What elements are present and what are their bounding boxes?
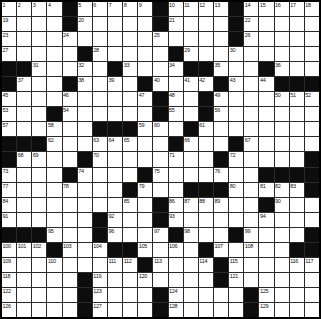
cell-r19c4[interactable] (63, 288, 77, 302)
cell-r9c3[interactable]: 62 (47, 137, 61, 151)
cell-r10c15[interactable]: 72 (229, 152, 243, 166)
cell-r15c16[interactable]: 99 (244, 228, 258, 242)
cell-r4c14[interactable]: 35 (214, 62, 228, 76)
cell-r7c17[interactable] (259, 107, 273, 121)
cell-r8c3[interactable]: 58 (47, 122, 61, 136)
cell-r10c10[interactable] (153, 152, 167, 166)
cell-r18c12[interactable] (184, 273, 198, 287)
cell-r6c8[interactable] (123, 92, 137, 106)
cell-r15c5[interactable] (78, 228, 92, 242)
cell-r6c17[interactable] (259, 92, 273, 106)
cell-r9c10[interactable] (153, 137, 167, 151)
cell-r13c12[interactable]: 87 (184, 198, 198, 212)
cell-r3c19[interactable] (290, 47, 304, 61)
cell-r15c17[interactable] (259, 228, 273, 242)
cell-r13c4[interactable] (63, 198, 77, 212)
cell-r17c20[interactable]: 117 (305, 258, 319, 272)
cell-r9c8[interactable]: 65 (123, 137, 137, 151)
cell-r20c3[interactable] (47, 303, 61, 317)
cell-r5c5[interactable]: 38 (78, 77, 92, 91)
cell-r20c9[interactable] (138, 303, 152, 317)
cell-r0c2[interactable]: 3 (32, 2, 46, 16)
cell-r10c7[interactable] (108, 152, 122, 166)
cell-r18c8[interactable] (123, 273, 137, 287)
cell-r15c3[interactable]: 95 (47, 228, 61, 242)
cell-r19c6[interactable]: 123 (93, 288, 107, 302)
cell-r2c18[interactable] (275, 32, 289, 46)
cell-r1c0[interactable]: 19 (2, 17, 16, 31)
cell-r14c13[interactable] (199, 213, 213, 227)
cell-r4c19[interactable] (290, 62, 304, 76)
cell-r18c3[interactable] (47, 273, 61, 287)
cell-r7c7[interactable] (108, 107, 122, 121)
cell-r13c1[interactable] (17, 198, 31, 212)
cell-r6c2[interactable] (32, 92, 46, 106)
cell-r12c2[interactable] (32, 183, 46, 197)
cell-r15c12[interactable]: 98 (184, 228, 198, 242)
cell-r6c12[interactable] (184, 92, 198, 106)
cell-r9c14[interactable] (214, 137, 228, 151)
cell-r6c5[interactable] (78, 92, 92, 106)
cell-r20c8[interactable] (123, 303, 137, 317)
cell-r4c5[interactable]: 32 (78, 62, 92, 76)
cell-r5c7[interactable]: 39 (108, 77, 122, 91)
cell-r4c15[interactable] (229, 62, 243, 76)
cell-r8c9[interactable]: 59 (138, 122, 152, 136)
cell-r14c17[interactable]: 94 (259, 213, 273, 227)
cell-r3c15[interactable]: 30 (229, 47, 243, 61)
cell-r12c15[interactable]: 80 (229, 183, 243, 197)
cell-r19c11[interactable]: 124 (169, 288, 183, 302)
cell-r5c8[interactable] (123, 77, 137, 91)
cell-r20c6[interactable]: 127 (93, 303, 107, 317)
cell-r15c19[interactable] (290, 228, 304, 242)
cell-r14c14[interactable] (214, 213, 228, 227)
cell-r5c12[interactable]: 41 (184, 77, 198, 91)
cell-r10c16[interactable] (244, 152, 258, 166)
cell-r5c13[interactable]: 42 (199, 77, 213, 91)
cell-r1c18[interactable] (275, 17, 289, 31)
cell-r14c2[interactable] (32, 213, 46, 227)
cell-r5c16[interactable] (244, 77, 258, 91)
cell-r19c14[interactable] (214, 288, 228, 302)
cell-r19c1[interactable] (17, 288, 31, 302)
cell-r2c20[interactable] (305, 32, 319, 46)
cell-r0c9[interactable]: 9 (138, 2, 152, 16)
cell-r12c3[interactable] (47, 183, 61, 197)
cell-r20c7[interactable] (108, 303, 122, 317)
cell-r13c18[interactable]: 90 (275, 198, 289, 212)
cell-r19c2[interactable] (32, 288, 46, 302)
cell-r17c17[interactable] (259, 258, 273, 272)
cell-r18c0[interactable]: 118 (2, 273, 16, 287)
cell-r7c1[interactable] (17, 107, 31, 121)
cell-r20c20[interactable] (305, 303, 319, 317)
cell-r11c0[interactable]: 73 (2, 168, 16, 182)
cell-r14c18[interactable] (275, 213, 289, 227)
cell-r20c18[interactable] (275, 303, 289, 317)
cell-r1c9[interactable] (138, 17, 152, 31)
cell-r19c8[interactable] (123, 288, 137, 302)
cell-r4c9[interactable] (138, 62, 152, 76)
cell-r11c16[interactable] (244, 168, 258, 182)
cell-r11c3[interactable] (47, 168, 61, 182)
cell-r3c18[interactable] (275, 47, 289, 61)
cell-r8c10[interactable]: 60 (153, 122, 167, 136)
cell-r7c4[interactable]: 54 (63, 107, 77, 121)
cell-r18c16[interactable] (244, 273, 258, 287)
cell-r13c16[interactable] (244, 198, 258, 212)
cell-r7c20[interactable] (305, 107, 319, 121)
cell-r2c16[interactable]: 26 (244, 32, 258, 46)
cell-r4c20[interactable] (305, 62, 319, 76)
cell-r19c17[interactable]: 125 (259, 288, 273, 302)
cell-r1c12[interactable] (184, 17, 198, 31)
cell-r6c7[interactable] (108, 92, 122, 106)
cell-r0c18[interactable]: 16 (275, 2, 289, 16)
cell-r16c15[interactable] (229, 243, 243, 257)
cell-r4c10[interactable] (153, 62, 167, 76)
cell-r9c6[interactable]: 63 (93, 137, 107, 151)
cell-r18c20[interactable] (305, 273, 319, 287)
cell-r0c1[interactable]: 2 (17, 2, 31, 16)
cell-r2c14[interactable] (214, 32, 228, 46)
cell-r0c16[interactable]: 14 (244, 2, 258, 16)
cell-r20c1[interactable] (17, 303, 31, 317)
cell-r13c11[interactable]: 86 (169, 198, 183, 212)
cell-r6c9[interactable]: 47 (138, 92, 152, 106)
cell-r12c4[interactable]: 78 (63, 183, 77, 197)
cell-r13c13[interactable]: 88 (199, 198, 213, 212)
cell-r14c4[interactable] (63, 213, 77, 227)
cell-r7c8[interactable] (123, 107, 137, 121)
cell-r10c4[interactable] (63, 152, 77, 166)
cell-r18c11[interactable] (169, 273, 183, 287)
cell-r4c16[interactable] (244, 62, 258, 76)
cell-r3c3[interactable] (47, 47, 61, 61)
cell-r12c16[interactable] (244, 183, 258, 197)
cell-r3c12[interactable]: 29 (184, 47, 198, 61)
cell-r20c12[interactable] (184, 303, 198, 317)
cell-r10c8[interactable] (123, 152, 137, 166)
cell-r0c7[interactable]: 7 (108, 2, 122, 16)
cell-r7c11[interactable]: 55 (169, 107, 183, 121)
cell-r19c3[interactable] (47, 288, 61, 302)
cell-r3c17[interactable] (259, 47, 273, 61)
cell-r10c13[interactable] (199, 152, 213, 166)
cell-r8c18[interactable] (275, 122, 289, 136)
cell-r7c12[interactable] (184, 107, 198, 121)
cell-r2c3[interactable] (47, 32, 61, 46)
cell-r5c3[interactable] (47, 77, 61, 91)
cell-r17c5[interactable] (78, 258, 92, 272)
cell-r20c0[interactable]: 126 (2, 303, 16, 317)
cell-r9c4[interactable] (63, 137, 77, 151)
cell-r13c15[interactable] (229, 198, 243, 212)
cell-r7c5[interactable] (78, 107, 92, 121)
cell-r2c10[interactable]: 25 (153, 32, 167, 46)
cell-r19c0[interactable]: 122 (2, 288, 16, 302)
cell-r15c8[interactable] (123, 228, 137, 242)
cell-r20c17[interactable]: 129 (259, 303, 273, 317)
cell-r11c11[interactable] (169, 168, 183, 182)
cell-r3c4[interactable] (63, 47, 77, 61)
cell-r12c10[interactable] (153, 183, 167, 197)
cell-r12c11[interactable] (169, 183, 183, 197)
cell-r20c2[interactable] (32, 303, 46, 317)
cell-r8c0[interactable]: 57 (2, 122, 16, 136)
cell-r10c6[interactable]: 70 (93, 152, 107, 166)
cell-r3c0[interactable]: 27 (2, 47, 16, 61)
cell-r6c15[interactable] (229, 92, 243, 106)
cell-r6c3[interactable] (47, 92, 61, 106)
cell-r13c8[interactable]: 85 (123, 198, 137, 212)
cell-r20c14[interactable] (214, 303, 228, 317)
cell-r20c11[interactable]: 128 (169, 303, 183, 317)
cell-r6c16[interactable] (244, 92, 258, 106)
cell-r17c15[interactable]: 115 (229, 258, 243, 272)
cell-r0c11[interactable]: 10 (169, 2, 183, 16)
cell-r4c18[interactable]: 36 (275, 62, 289, 76)
cell-r10c11[interactable]: 71 (169, 152, 183, 166)
cell-r13c20[interactable] (305, 198, 319, 212)
cell-r15c10[interactable]: 97 (153, 228, 167, 242)
cell-r8c16[interactable] (244, 122, 258, 136)
cell-r8c2[interactable] (32, 122, 46, 136)
cell-r8c17[interactable] (259, 122, 273, 136)
cell-r12c5[interactable] (78, 183, 92, 197)
cell-r14c1[interactable] (17, 213, 31, 227)
cell-r8c15[interactable] (229, 122, 243, 136)
cell-r14c19[interactable] (290, 213, 304, 227)
cell-r7c16[interactable] (244, 107, 258, 121)
cell-r4c2[interactable]: 31 (32, 62, 46, 76)
cell-r7c18[interactable] (275, 107, 289, 121)
cell-r11c6[interactable] (93, 168, 107, 182)
cell-r14c12[interactable] (184, 213, 198, 227)
cell-r14c11[interactable]: 93 (169, 213, 183, 227)
cell-r1c11[interactable]: 21 (169, 17, 183, 31)
cell-r18c15[interactable]: 121 (229, 273, 243, 287)
cell-r1c6[interactable] (93, 17, 107, 31)
cell-r10c9[interactable] (138, 152, 152, 166)
cell-r18c13[interactable] (199, 273, 213, 287)
cell-r4c3[interactable] (47, 62, 61, 76)
cell-r11c8[interactable] (123, 168, 137, 182)
cell-r19c18[interactable] (275, 288, 289, 302)
cell-r7c15[interactable] (229, 107, 243, 121)
cell-r18c10[interactable] (153, 273, 167, 287)
cell-r11c15[interactable] (229, 168, 243, 182)
cell-r3c8[interactable] (123, 47, 137, 61)
cell-r1c17[interactable] (259, 17, 273, 31)
cell-r6c18[interactable]: 50 (275, 92, 289, 106)
cell-r17c10[interactable]: 113 (153, 258, 167, 272)
cell-r1c20[interactable] (305, 17, 319, 31)
cell-r11c7[interactable] (108, 168, 122, 182)
cell-r3c1[interactable] (17, 47, 31, 61)
cell-r16c4[interactable]: 103 (63, 243, 77, 257)
cell-r15c13[interactable] (199, 228, 213, 242)
cell-r13c14[interactable]: 89 (214, 198, 228, 212)
cell-r0c20[interactable]: 18 (305, 2, 319, 16)
cell-r3c16[interactable] (244, 47, 258, 61)
cell-r9c17[interactable] (259, 137, 273, 151)
cell-r14c5[interactable] (78, 213, 92, 227)
cell-r2c7[interactable] (108, 32, 122, 46)
cell-r4c11[interactable]: 34 (169, 62, 183, 76)
cell-r1c2[interactable] (32, 17, 46, 31)
cell-r10c17[interactable] (259, 152, 273, 166)
cell-r2c9[interactable] (138, 32, 152, 46)
cell-r12c17[interactable]: 81 (259, 183, 273, 197)
cell-r17c6[interactable] (93, 258, 107, 272)
cell-r14c3[interactable] (47, 213, 61, 227)
cell-r4c8[interactable]: 33 (123, 62, 137, 76)
cell-r18c17[interactable] (259, 273, 273, 287)
cell-r2c0[interactable]: 23 (2, 32, 16, 46)
cell-r17c4[interactable] (63, 258, 77, 272)
cell-r17c8[interactable]: 112 (123, 258, 137, 272)
cell-r16c16[interactable]: 108 (244, 243, 258, 257)
cell-r15c7[interactable]: 96 (108, 228, 122, 242)
cell-r16c0[interactable]: 100 (2, 243, 16, 257)
cell-r17c12[interactable] (184, 258, 198, 272)
cell-r8c11[interactable] (169, 122, 183, 136)
cell-r2c6[interactable] (93, 32, 107, 46)
cell-r14c9[interactable] (138, 213, 152, 227)
cell-r16c14[interactable]: 107 (214, 243, 228, 257)
cell-r2c4[interactable]: 24 (63, 32, 77, 46)
cell-r19c12[interactable] (184, 288, 198, 302)
cell-r0c3[interactable]: 4 (47, 2, 61, 16)
cell-r18c6[interactable]: 119 (93, 273, 107, 287)
cell-r8c1[interactable] (17, 122, 31, 136)
cell-r8c20[interactable] (305, 122, 319, 136)
cell-r15c14[interactable] (214, 228, 228, 242)
cell-r12c0[interactable]: 77 (2, 183, 16, 197)
cell-r10c12[interactable] (184, 152, 198, 166)
cell-r0c17[interactable]: 15 (259, 2, 273, 16)
cell-r8c13[interactable]: 61 (199, 122, 213, 136)
cell-r18c9[interactable]: 120 (138, 273, 152, 287)
cell-r1c8[interactable] (123, 17, 137, 31)
cell-r1c5[interactable]: 20 (78, 17, 92, 31)
cell-r11c10[interactable]: 75 (153, 168, 167, 182)
cell-r17c1[interactable] (17, 258, 31, 272)
cell-r8c19[interactable] (290, 122, 304, 136)
cell-r16c6[interactable]: 104 (93, 243, 107, 257)
cell-r5c6[interactable] (93, 77, 107, 91)
cell-r10c18[interactable] (275, 152, 289, 166)
cell-r14c15[interactable] (229, 213, 243, 227)
cell-r11c14[interactable]: 76 (214, 168, 228, 182)
cell-r3c20[interactable] (305, 47, 319, 61)
cell-r6c6[interactable] (93, 92, 107, 106)
cell-r13c9[interactable] (138, 198, 152, 212)
cell-r14c16[interactable] (244, 213, 258, 227)
cell-r10c2[interactable]: 69 (32, 152, 46, 166)
cell-r12c19[interactable]: 83 (290, 183, 304, 197)
cell-r1c13[interactable] (199, 17, 213, 31)
cell-r4c6[interactable] (93, 62, 107, 76)
cell-r0c12[interactable]: 11 (184, 2, 198, 16)
cell-r17c11[interactable] (169, 258, 183, 272)
cell-r10c3[interactable] (47, 152, 61, 166)
cell-r3c14[interactable] (214, 47, 228, 61)
cell-r16c11[interactable]: 106 (169, 243, 183, 257)
cell-r3c9[interactable] (138, 47, 152, 61)
cell-r17c19[interactable]: 116 (290, 258, 304, 272)
cell-r2c17[interactable] (259, 32, 273, 46)
cell-r0c6[interactable]: 6 (93, 2, 107, 16)
cell-r17c0[interactable]: 109 (2, 258, 16, 272)
cell-r13c6[interactable] (93, 198, 107, 212)
cell-r6c20[interactable]: 52 (305, 92, 319, 106)
cell-r5c2[interactable] (32, 77, 46, 91)
cell-r16c1[interactable]: 101 (17, 243, 31, 257)
cell-r19c19[interactable] (290, 288, 304, 302)
cell-r9c12[interactable]: 66 (184, 137, 198, 151)
cell-r12c1[interactable] (17, 183, 31, 197)
cell-r5c17[interactable]: 44 (259, 77, 273, 91)
cell-r3c2[interactable] (32, 47, 46, 61)
cell-r14c8[interactable] (123, 213, 137, 227)
cell-r17c7[interactable]: 111 (108, 258, 122, 272)
cell-r13c5[interactable] (78, 198, 92, 212)
cell-r20c19[interactable] (290, 303, 304, 317)
cell-r2c13[interactable] (199, 32, 213, 46)
cell-r3c10[interactable] (153, 47, 167, 61)
cell-r15c4[interactable] (63, 228, 77, 242)
cell-r9c7[interactable]: 64 (108, 137, 122, 151)
cell-r5c11[interactable] (169, 77, 183, 91)
cell-r0c14[interactable]: 13 (214, 2, 228, 16)
cell-r10c1[interactable]: 68 (17, 152, 31, 166)
cell-r19c13[interactable] (199, 288, 213, 302)
cell-r14c7[interactable]: 92 (108, 213, 122, 227)
cell-r18c7[interactable] (108, 273, 122, 287)
cell-r6c11[interactable]: 48 (169, 92, 183, 106)
cell-r12c6[interactable] (93, 183, 107, 197)
cell-r9c5[interactable] (78, 137, 92, 151)
cell-r7c14[interactable]: 56 (214, 107, 228, 121)
cell-r2c12[interactable] (184, 32, 198, 46)
cell-r16c10[interactable] (153, 243, 167, 257)
cell-r3c7[interactable] (108, 47, 122, 61)
cell-r8c14[interactable] (214, 122, 228, 136)
cell-r20c13[interactable] (199, 303, 213, 317)
cell-r7c0[interactable]: 53 (2, 107, 16, 121)
cell-r2c11[interactable] (169, 32, 183, 46)
cell-r18c1[interactable] (17, 273, 31, 287)
cell-r9c16[interactable]: 67 (244, 137, 258, 151)
cell-r6c14[interactable]: 49 (214, 92, 228, 106)
cell-r9c9[interactable] (138, 137, 152, 151)
cell-r16c9[interactable]: 105 (138, 243, 152, 257)
cell-r6c0[interactable]: 45 (2, 92, 16, 106)
cell-r4c4[interactable] (63, 62, 77, 76)
cell-r0c5[interactable]: 5 (78, 2, 92, 16)
cell-r18c4[interactable] (63, 273, 77, 287)
cell-r3c6[interactable]: 28 (93, 47, 107, 61)
cell-r13c19[interactable] (290, 198, 304, 212)
cell-r2c5[interactable] (78, 32, 92, 46)
cell-r16c17[interactable] (259, 243, 273, 257)
cell-r6c1[interactable] (17, 92, 31, 106)
cell-r0c0[interactable]: 1 (2, 2, 16, 16)
cell-r11c12[interactable] (184, 168, 198, 182)
